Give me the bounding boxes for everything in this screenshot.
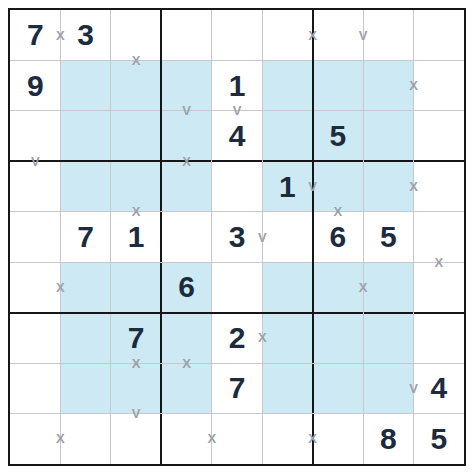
- cell-r1c2[interactable]: 3: [60, 10, 110, 60]
- cell-r1c6[interactable]: [262, 10, 312, 60]
- cell-r3c1[interactable]: [10, 111, 60, 161]
- cell-r6c4[interactable]: 6: [161, 262, 211, 312]
- cell-r2c8[interactable]: [363, 60, 413, 110]
- cell-r8c2[interactable]: [60, 363, 110, 413]
- puzzle-canvas: 7391451713656727485XXVXVXVXXXVXXXXVVVXXX…: [0, 0, 474, 474]
- cell-r6c3[interactable]: [111, 262, 161, 312]
- cell-r9c8[interactable]: 8: [363, 414, 413, 464]
- cell-r7c8[interactable]: [363, 313, 413, 363]
- cell-r4c9[interactable]: [414, 161, 464, 211]
- cell-r3c4[interactable]: [161, 111, 211, 161]
- cell-r3c8[interactable]: [363, 111, 413, 161]
- cell-r5c6[interactable]: [262, 212, 312, 262]
- cell-r7c1[interactable]: [10, 313, 60, 363]
- cell-r2c1[interactable]: 9: [10, 60, 60, 110]
- cell-r6c8[interactable]: [363, 262, 413, 312]
- cell-r2c7[interactable]: [313, 60, 363, 110]
- cell-r5c2[interactable]: 7: [60, 212, 110, 262]
- cell-r7c4[interactable]: [161, 313, 211, 363]
- cell-r7c5[interactable]: 2: [212, 313, 262, 363]
- cell-r8c9[interactable]: 4: [414, 363, 464, 413]
- cell-r4c7[interactable]: [313, 161, 363, 211]
- cell-r9c6[interactable]: [262, 414, 312, 464]
- cell-r7c7[interactable]: [313, 313, 363, 363]
- cell-r8c1[interactable]: [10, 363, 60, 413]
- cell-r4c6[interactable]: 1: [262, 161, 312, 211]
- cell-r9c3[interactable]: [111, 414, 161, 464]
- cell-r5c8[interactable]: 5: [363, 212, 413, 262]
- cell-r6c1[interactable]: [10, 262, 60, 312]
- cell-r2c9[interactable]: [414, 60, 464, 110]
- cell-r2c6[interactable]: [262, 60, 312, 110]
- cell-r7c3[interactable]: 7: [111, 313, 161, 363]
- cell-r7c9[interactable]: [414, 313, 464, 363]
- cell-r1c7[interactable]: [313, 10, 363, 60]
- cell-r6c6[interactable]: [262, 262, 312, 312]
- cell-r1c4[interactable]: [161, 10, 211, 60]
- cell-r4c2[interactable]: [60, 161, 110, 211]
- cell-r1c1[interactable]: 7: [10, 10, 60, 60]
- cell-r4c5[interactable]: [212, 161, 262, 211]
- cell-r1c8[interactable]: [363, 10, 413, 60]
- cell-r5c4[interactable]: [161, 212, 211, 262]
- cell-r8c6[interactable]: [262, 363, 312, 413]
- cell-r8c8[interactable]: [363, 363, 413, 413]
- cell-r9c1[interactable]: [10, 414, 60, 464]
- cell-r9c2[interactable]: [60, 414, 110, 464]
- cell-r7c6[interactable]: [262, 313, 312, 363]
- cell-r2c3[interactable]: [111, 60, 161, 110]
- cell-r4c3[interactable]: [111, 161, 161, 211]
- cell-r3c6[interactable]: [262, 111, 312, 161]
- cell-r8c5[interactable]: 7: [212, 363, 262, 413]
- sudoku-board: 7391451713656727485XXVXVXVXXXVXXXXVVVXXX…: [8, 8, 466, 466]
- cell-r2c4[interactable]: [161, 60, 211, 110]
- cell-r8c3[interactable]: [111, 363, 161, 413]
- cell-r1c9[interactable]: [414, 10, 464, 60]
- cell-r3c9[interactable]: [414, 111, 464, 161]
- cell-r2c2[interactable]: [60, 60, 110, 110]
- cell-r4c4[interactable]: [161, 161, 211, 211]
- cell-r3c3[interactable]: [111, 111, 161, 161]
- cell-r3c7[interactable]: 5: [313, 111, 363, 161]
- cell-r3c2[interactable]: [60, 111, 110, 161]
- cell-r1c3[interactable]: [111, 10, 161, 60]
- cell-r4c1[interactable]: [10, 161, 60, 211]
- cell-r6c5[interactable]: [212, 262, 262, 312]
- cell-r5c9[interactable]: [414, 212, 464, 262]
- cell-r6c9[interactable]: [414, 262, 464, 312]
- cell-r9c4[interactable]: [161, 414, 211, 464]
- cell-r8c4[interactable]: [161, 363, 211, 413]
- cell-r2c5[interactable]: 1: [212, 60, 262, 110]
- cell-r9c5[interactable]: [212, 414, 262, 464]
- cell-r3c5[interactable]: 4: [212, 111, 262, 161]
- cell-r6c7[interactable]: [313, 262, 363, 312]
- cell-r7c2[interactable]: [60, 313, 110, 363]
- cell-r1c5[interactable]: [212, 10, 262, 60]
- cell-r8c7[interactable]: [313, 363, 363, 413]
- cell-r4c8[interactable]: [363, 161, 413, 211]
- cell-r5c1[interactable]: [10, 212, 60, 262]
- cell-r5c3[interactable]: 1: [111, 212, 161, 262]
- cell-r9c7[interactable]: [313, 414, 363, 464]
- cell-r5c5[interactable]: 3: [212, 212, 262, 262]
- cell-r5c7[interactable]: 6: [313, 212, 363, 262]
- cell-r6c2[interactable]: [60, 262, 110, 312]
- cell-r9c9[interactable]: 5: [414, 414, 464, 464]
